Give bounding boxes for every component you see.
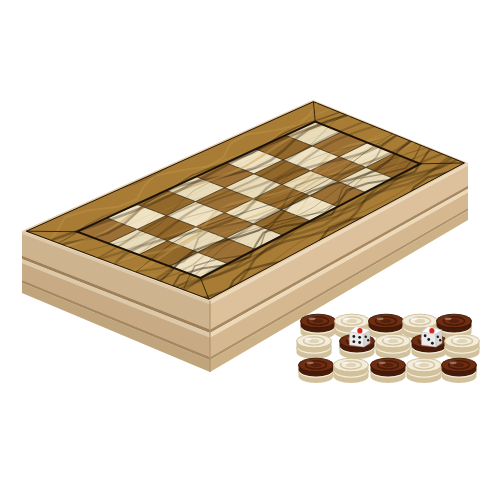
checker-stack-r2c3: [407, 358, 442, 383]
checker-stack-r2c4: [442, 358, 477, 383]
checker-stack-r2c0: [299, 358, 334, 383]
backgammon-case-render: [0, 0, 500, 500]
checker-stack-r1c0: [297, 334, 332, 359]
die-2: [422, 327, 443, 348]
checker-tray: [297, 314, 480, 383]
checker-stack-r1c2: [376, 334, 411, 359]
die-1: [350, 327, 371, 348]
checker-stack-r1c4: [445, 334, 480, 359]
checker-stack-r2c1: [334, 358, 369, 383]
checker-stack-r2c2: [371, 358, 406, 383]
product-photo: [0, 0, 500, 500]
